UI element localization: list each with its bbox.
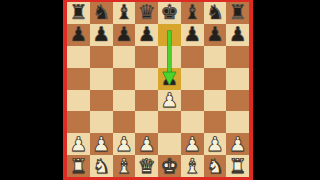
square-a4[interactable]	[67, 90, 90, 112]
square-b7[interactable]: ♟	[90, 24, 113, 46]
piece-white-king-e1[interactable]: ♚	[160, 156, 178, 176]
square-h4[interactable]	[226, 90, 249, 112]
square-f5[interactable]	[181, 68, 204, 90]
piece-black-pawn-b7[interactable]: ♟	[92, 24, 110, 44]
piece-black-rook-a8[interactable]: ♜	[69, 2, 87, 22]
piece-white-knight-b1[interactable]: ♞	[92, 156, 110, 176]
square-f6[interactable]	[181, 46, 204, 68]
square-g7[interactable]: ♟	[204, 24, 227, 46]
square-h5[interactable]	[226, 68, 249, 90]
square-c8[interactable]: ♝	[113, 2, 136, 24]
square-a5[interactable]	[67, 68, 90, 90]
square-a3[interactable]	[67, 111, 90, 133]
square-g1[interactable]: ♞	[204, 155, 227, 177]
piece-white-pawn-f2[interactable]: ♟	[183, 134, 201, 154]
square-b1[interactable]: ♞	[90, 155, 113, 177]
piece-white-pawn-c2[interactable]: ♟	[115, 134, 133, 154]
piece-white-queen-d1[interactable]: ♛	[138, 156, 156, 176]
chess-board-frame: ♜♞♝♛♚♝♞♜♟♟♟♟♟♟♟♟♟♟♟♟♟♟♟♟♜♞♝♛♚♝♞♜	[63, 0, 253, 180]
piece-white-pawn-e4[interactable]: ♟	[160, 90, 178, 110]
square-b3[interactable]	[90, 111, 113, 133]
square-b6[interactable]	[90, 46, 113, 68]
square-b4[interactable]	[90, 90, 113, 112]
square-c1[interactable]: ♝	[113, 155, 136, 177]
square-a8[interactable]: ♜	[67, 2, 90, 24]
square-f7[interactable]: ♟	[181, 24, 204, 46]
piece-black-pawn-a7[interactable]: ♟	[69, 24, 87, 44]
square-c4[interactable]	[113, 90, 136, 112]
piece-white-pawn-g2[interactable]: ♟	[206, 134, 224, 154]
square-e7[interactable]	[158, 24, 181, 46]
letterbox-right	[253, 0, 320, 180]
square-h2[interactable]: ♟	[226, 133, 249, 155]
square-g2[interactable]: ♟	[204, 133, 227, 155]
square-c7[interactable]: ♟	[113, 24, 136, 46]
piece-white-bishop-f1[interactable]: ♝	[183, 156, 201, 176]
piece-black-queen-d8[interactable]: ♛	[138, 2, 156, 22]
square-b8[interactable]: ♞	[90, 2, 113, 24]
square-d2[interactable]: ♟	[135, 133, 158, 155]
square-e8[interactable]: ♚	[158, 2, 181, 24]
letterbox-left	[0, 0, 63, 180]
square-d1[interactable]: ♛	[135, 155, 158, 177]
square-d5[interactable]	[135, 68, 158, 90]
square-h8[interactable]: ♜	[226, 2, 249, 24]
piece-white-rook-h1[interactable]: ♜	[229, 156, 247, 176]
square-e6[interactable]	[158, 46, 181, 68]
square-h1[interactable]: ♜	[226, 155, 249, 177]
piece-black-pawn-h7[interactable]: ♟	[229, 24, 247, 44]
square-b5[interactable]	[90, 68, 113, 90]
piece-white-rook-a1[interactable]: ♜	[69, 156, 87, 176]
piece-black-bishop-c8[interactable]: ♝	[115, 2, 133, 22]
square-c6[interactable]	[113, 46, 136, 68]
square-a6[interactable]	[67, 46, 90, 68]
square-h3[interactable]	[226, 111, 249, 133]
piece-white-bishop-c1[interactable]: ♝	[115, 156, 133, 176]
square-g6[interactable]	[204, 46, 227, 68]
piece-white-knight-g1[interactable]: ♞	[206, 156, 224, 176]
piece-black-rook-h8[interactable]: ♜	[229, 2, 247, 22]
square-d8[interactable]: ♛	[135, 2, 158, 24]
piece-black-pawn-c7[interactable]: ♟	[115, 24, 133, 44]
square-e1[interactable]: ♚	[158, 155, 181, 177]
piece-white-pawn-d2[interactable]: ♟	[138, 134, 156, 154]
square-h7[interactable]: ♟	[226, 24, 249, 46]
piece-black-knight-b8[interactable]: ♞	[92, 2, 110, 22]
square-d4[interactable]	[135, 90, 158, 112]
square-a1[interactable]: ♜	[67, 155, 90, 177]
square-e2[interactable]	[158, 133, 181, 155]
square-c2[interactable]: ♟	[113, 133, 136, 155]
square-e4[interactable]: ♟	[158, 90, 181, 112]
square-g5[interactable]	[204, 68, 227, 90]
square-f4[interactable]	[181, 90, 204, 112]
square-d6[interactable]	[135, 46, 158, 68]
square-f2[interactable]: ♟	[181, 133, 204, 155]
square-g8[interactable]: ♞	[204, 2, 227, 24]
square-f3[interactable]	[181, 111, 204, 133]
piece-black-king-e8[interactable]: ♚	[160, 2, 178, 22]
square-a2[interactable]: ♟	[67, 133, 90, 155]
chess-board[interactable]: ♜♞♝♛♚♝♞♜♟♟♟♟♟♟♟♟♟♟♟♟♟♟♟♟♜♞♝♛♚♝♞♜	[67, 2, 249, 177]
piece-black-pawn-e5[interactable]: ♟	[160, 68, 178, 88]
piece-black-pawn-g7[interactable]: ♟	[206, 24, 224, 44]
piece-white-pawn-a2[interactable]: ♟	[69, 134, 87, 154]
square-c5[interactable]	[113, 68, 136, 90]
video-frame: ♜♞♝♛♚♝♞♜♟♟♟♟♟♟♟♟♟♟♟♟♟♟♟♟♜♞♝♛♚♝♞♜	[0, 0, 320, 180]
square-g3[interactable]	[204, 111, 227, 133]
square-e5[interactable]: ♟	[158, 68, 181, 90]
square-d7[interactable]: ♟	[135, 24, 158, 46]
square-g4[interactable]	[204, 90, 227, 112]
square-d3[interactable]	[135, 111, 158, 133]
square-b2[interactable]: ♟	[90, 133, 113, 155]
square-f8[interactable]: ♝	[181, 2, 204, 24]
square-e3[interactable]	[158, 111, 181, 133]
piece-white-pawn-b2[interactable]: ♟	[92, 134, 110, 154]
square-a7[interactable]: ♟	[67, 24, 90, 46]
piece-white-pawn-h2[interactable]: ♟	[229, 134, 247, 154]
piece-black-bishop-f8[interactable]: ♝	[183, 2, 201, 22]
square-c3[interactable]	[113, 111, 136, 133]
piece-black-knight-g8[interactable]: ♞	[206, 2, 224, 22]
square-h6[interactable]	[226, 46, 249, 68]
piece-black-pawn-d7[interactable]: ♟	[138, 24, 156, 44]
square-f1[interactable]: ♝	[181, 155, 204, 177]
piece-black-pawn-f7[interactable]: ♟	[183, 24, 201, 44]
